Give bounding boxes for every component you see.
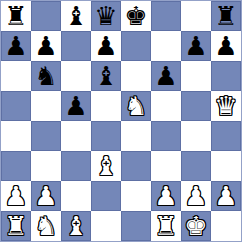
piece-white-pawn[interactable]: ♟ xyxy=(184,181,207,211)
square-e1[interactable] xyxy=(121,211,151,241)
piece-black-pawn[interactable]: ♟ xyxy=(94,31,117,61)
square-e4[interactable] xyxy=(121,121,151,151)
piece-white-rook[interactable]: ♜ xyxy=(4,211,27,241)
square-g5[interactable] xyxy=(181,91,211,121)
square-g2[interactable]: ♟ xyxy=(181,181,211,211)
square-c7[interactable] xyxy=(61,31,91,61)
square-g1[interactable]: ♚ xyxy=(181,211,211,241)
square-b4[interactable] xyxy=(31,121,61,151)
piece-black-bishop[interactable]: ♝ xyxy=(94,61,117,91)
piece-black-queen[interactable]: ♛ xyxy=(94,1,117,31)
square-a5[interactable] xyxy=(1,91,31,121)
square-d7[interactable]: ♟ xyxy=(91,31,121,61)
square-a6[interactable] xyxy=(1,61,31,91)
square-d5[interactable] xyxy=(91,91,121,121)
piece-white-pawn[interactable]: ♟ xyxy=(34,181,57,211)
square-f4[interactable] xyxy=(151,121,181,151)
square-c6[interactable] xyxy=(61,61,91,91)
square-h8[interactable]: ♜ xyxy=(211,1,241,31)
square-h7[interactable]: ♟ xyxy=(211,31,241,61)
square-f5[interactable] xyxy=(151,91,181,121)
square-g6[interactable] xyxy=(181,61,211,91)
square-f3[interactable] xyxy=(151,151,181,181)
square-a2[interactable]: ♟ xyxy=(1,181,31,211)
piece-white-queen[interactable]: ♛ xyxy=(214,91,237,121)
square-e5[interactable]: ♞ xyxy=(121,91,151,121)
square-e3[interactable] xyxy=(121,151,151,181)
piece-black-knight[interactable]: ♞ xyxy=(34,61,57,91)
piece-white-knight[interactable]: ♞ xyxy=(124,91,147,121)
piece-white-bishop[interactable]: ♝ xyxy=(64,211,87,241)
square-e8[interactable]: ♚ xyxy=(121,1,151,31)
square-a8[interactable]: ♜ xyxy=(1,1,31,31)
square-e7[interactable] xyxy=(121,31,151,61)
piece-black-rook[interactable]: ♜ xyxy=(4,1,27,31)
square-c5[interactable]: ♟ xyxy=(61,91,91,121)
piece-black-pawn[interactable]: ♟ xyxy=(4,31,27,61)
square-a3[interactable] xyxy=(1,151,31,181)
square-h1[interactable] xyxy=(211,211,241,241)
square-f6[interactable]: ♟ xyxy=(151,61,181,91)
piece-white-pawn[interactable]: ♟ xyxy=(4,181,27,211)
square-d2[interactable] xyxy=(91,181,121,211)
piece-black-pawn[interactable]: ♟ xyxy=(184,31,207,61)
square-g4[interactable] xyxy=(181,121,211,151)
square-b3[interactable] xyxy=(31,151,61,181)
square-h2[interactable]: ♟ xyxy=(211,181,241,211)
square-f7[interactable] xyxy=(151,31,181,61)
square-h6[interactable] xyxy=(211,61,241,91)
square-a1[interactable]: ♜ xyxy=(1,211,31,241)
square-b1[interactable]: ♞ xyxy=(31,211,61,241)
square-g3[interactable] xyxy=(181,151,211,181)
square-f2[interactable]: ♟ xyxy=(151,181,181,211)
square-b7[interactable]: ♟ xyxy=(31,31,61,61)
piece-black-pawn[interactable]: ♟ xyxy=(154,61,177,91)
piece-black-pawn[interactable]: ♟ xyxy=(214,31,237,61)
square-d4[interactable] xyxy=(91,121,121,151)
square-c2[interactable] xyxy=(61,181,91,211)
square-a7[interactable]: ♟ xyxy=(1,31,31,61)
chess-board: ♜♝♛♚♜♟♟♟♟♟♞♝♟♟♞♛♝♟♟♟♟♟♜♞♝♜♚ xyxy=(0,0,242,242)
piece-white-knight[interactable]: ♞ xyxy=(34,211,57,241)
square-e2[interactable] xyxy=(121,181,151,211)
square-h5[interactable]: ♛ xyxy=(211,91,241,121)
square-c3[interactable] xyxy=(61,151,91,181)
square-c4[interactable] xyxy=(61,121,91,151)
square-d6[interactable]: ♝ xyxy=(91,61,121,91)
square-c8[interactable]: ♝ xyxy=(61,1,91,31)
square-f8[interactable] xyxy=(151,1,181,31)
piece-black-bishop[interactable]: ♝ xyxy=(64,1,87,31)
piece-white-rook[interactable]: ♜ xyxy=(154,211,177,241)
square-b8[interactable] xyxy=(31,1,61,31)
square-d3[interactable]: ♝ xyxy=(91,151,121,181)
piece-white-pawn[interactable]: ♟ xyxy=(214,181,237,211)
square-b5[interactable] xyxy=(31,91,61,121)
square-h4[interactable] xyxy=(211,121,241,151)
square-h3[interactable] xyxy=(211,151,241,181)
square-e6[interactable] xyxy=(121,61,151,91)
piece-black-rook[interactable]: ♜ xyxy=(214,1,237,31)
square-d8[interactable]: ♛ xyxy=(91,1,121,31)
square-b6[interactable]: ♞ xyxy=(31,61,61,91)
piece-black-king[interactable]: ♚ xyxy=(124,1,147,31)
square-d1[interactable] xyxy=(91,211,121,241)
square-f1[interactable]: ♜ xyxy=(151,211,181,241)
piece-white-bishop[interactable]: ♝ xyxy=(94,151,117,181)
square-b2[interactable]: ♟ xyxy=(31,181,61,211)
square-g7[interactable]: ♟ xyxy=(181,31,211,61)
piece-white-pawn[interactable]: ♟ xyxy=(154,181,177,211)
piece-black-pawn[interactable]: ♟ xyxy=(34,31,57,61)
square-a4[interactable] xyxy=(1,121,31,151)
square-g8[interactable] xyxy=(181,1,211,31)
square-c1[interactable]: ♝ xyxy=(61,211,91,241)
piece-white-king[interactable]: ♚ xyxy=(184,211,207,241)
piece-black-pawn[interactable]: ♟ xyxy=(64,91,87,121)
